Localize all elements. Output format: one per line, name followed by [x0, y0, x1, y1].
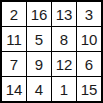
grid-cell-r2c2: 12 [52, 52, 76, 76]
grid-cell-r1c1: 5 [27, 27, 51, 51]
grid-cell-r3c2: 1 [52, 77, 76, 101]
grid-cell-r1c2: 8 [52, 27, 76, 51]
grid-cell-r2c0: 7 [2, 52, 26, 76]
grid-cell-r3c3: 15 [77, 77, 101, 101]
grid-cell-r3c1: 4 [27, 77, 51, 101]
grid-cell-r0c2: 13 [52, 2, 76, 26]
grid-cell-r1c0: 11 [2, 27, 26, 51]
grid-cell-r1c3: 10 [77, 27, 101, 51]
grid-cell-r0c1: 16 [27, 2, 51, 26]
magic-square-board: 2 16 13 3 11 5 8 10 7 9 12 6 14 4 1 15 [0, 0, 103, 103]
grid-cell-r0c0: 2 [2, 2, 26, 26]
grid-cell-r3c0: 14 [2, 77, 26, 101]
grid-cell-r2c3: 6 [77, 52, 101, 76]
grid-cell-r2c1: 9 [27, 52, 51, 76]
grid-cell-r0c3: 3 [77, 2, 101, 26]
